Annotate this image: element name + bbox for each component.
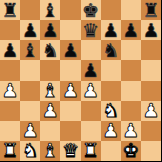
square-c8[interactable]: ♝ (40, 0, 60, 20)
square-f5[interactable] (101, 60, 121, 80)
square-h2[interactable] (141, 121, 161, 141)
square-h1[interactable] (141, 141, 161, 161)
square-d8[interactable] (60, 0, 80, 20)
square-f2[interactable]: ♟ (101, 121, 121, 141)
square-g6[interactable] (121, 40, 141, 60)
square-d3[interactable] (60, 101, 80, 121)
square-c6[interactable]: ♞ (40, 40, 60, 60)
square-c4[interactable]: ♝ (40, 81, 60, 101)
square-e8[interactable]: ♚ (81, 0, 101, 20)
black-pawn-piece: ♟ (22, 20, 39, 39)
square-c3[interactable]: ♟ (40, 101, 60, 121)
black-queen-piece: ♛ (82, 20, 99, 39)
square-f7[interactable]: ♟ (101, 20, 121, 40)
square-g5[interactable] (121, 60, 141, 80)
black-knight-piece: ♞ (42, 40, 59, 59)
black-pawn-piece: ♟ (142, 20, 159, 39)
square-g7[interactable]: ♟ (121, 20, 141, 40)
square-d4[interactable]: ♟ (60, 81, 80, 101)
square-e4[interactable]: ♟ (81, 81, 101, 101)
square-e6[interactable] (81, 40, 101, 60)
square-c2[interactable] (40, 121, 60, 141)
white-pawn-piece: ♟ (22, 121, 39, 140)
square-e5[interactable]: ♟ (81, 60, 101, 80)
square-e2[interactable] (81, 121, 101, 141)
square-d7[interactable] (60, 20, 80, 40)
white-pawn-piece: ♟ (142, 101, 159, 120)
white-rook-piece: ♜ (2, 141, 19, 160)
square-e1[interactable]: ♜ (81, 141, 101, 161)
square-b4[interactable] (20, 81, 40, 101)
black-bishop-piece: ♝ (42, 0, 59, 19)
square-d6[interactable]: ♟ (60, 40, 80, 60)
square-f6[interactable]: ♞ (101, 40, 121, 60)
white-king-piece: ♚ (122, 141, 139, 160)
square-a7[interactable] (0, 20, 20, 40)
square-h4[interactable] (141, 81, 161, 101)
square-b7[interactable]: ♟ (20, 20, 40, 40)
square-a5[interactable] (0, 60, 20, 80)
square-c5[interactable] (40, 60, 60, 80)
square-a6[interactable]: ♟ (0, 40, 20, 60)
square-f8[interactable] (101, 0, 121, 20)
black-knight-piece: ♞ (102, 40, 119, 59)
white-pawn-piece: ♟ (2, 81, 19, 100)
square-g3[interactable] (121, 101, 141, 121)
white-knight-piece: ♞ (102, 101, 119, 120)
square-b5[interactable] (20, 60, 40, 80)
square-e7[interactable]: ♛ (81, 20, 101, 40)
square-a2[interactable] (0, 121, 20, 141)
black-pawn-piece: ♟ (62, 40, 79, 59)
square-b2[interactable]: ♟ (20, 121, 40, 141)
square-c7[interactable]: ♟ (40, 20, 60, 40)
black-rook-piece: ♜ (142, 0, 159, 19)
black-bishop-piece: ♝ (22, 40, 39, 59)
square-b1[interactable]: ♞ (20, 141, 40, 161)
white-pawn-piece: ♟ (122, 121, 139, 140)
white-rook-piece: ♜ (82, 141, 99, 160)
white-pawn-piece: ♟ (42, 101, 59, 120)
square-a8[interactable]: ♜ (0, 0, 20, 20)
square-b3[interactable] (20, 101, 40, 121)
black-pawn-piece: ♟ (82, 60, 99, 79)
square-h6[interactable] (141, 40, 161, 60)
white-pawn-piece: ♟ (82, 81, 99, 100)
square-g1[interactable]: ♚ (121, 141, 141, 161)
white-bishop-piece: ♝ (42, 81, 59, 100)
black-pawn-piece: ♟ (42, 20, 59, 39)
square-h7[interactable]: ♟ (141, 20, 161, 40)
square-c1[interactable]: ♝ (40, 141, 60, 161)
square-f1[interactable] (101, 141, 121, 161)
square-f3[interactable]: ♞ (101, 101, 121, 121)
square-a3[interactable] (0, 101, 20, 121)
square-g4[interactable] (121, 81, 141, 101)
black-king-piece: ♚ (82, 0, 99, 19)
square-e3[interactable] (81, 101, 101, 121)
square-a4[interactable]: ♟ (0, 81, 20, 101)
square-d1[interactable]: ♛ (60, 141, 80, 161)
black-rook-piece: ♜ (2, 0, 19, 19)
chess-board: ♜♝♚♜♟♟♛♟♟♟♟♝♞♟♞♟♟♝♟♟♟♞♟♟♟♟♜♞♝♛♜♚ (0, 0, 162, 162)
square-b6[interactable]: ♝ (20, 40, 40, 60)
square-d5[interactable] (60, 60, 80, 80)
square-h8[interactable]: ♜ (141, 0, 161, 20)
square-h3[interactable]: ♟ (141, 101, 161, 121)
square-f4[interactable] (101, 81, 121, 101)
white-pawn-piece: ♟ (102, 121, 119, 140)
black-pawn-piece: ♟ (2, 40, 19, 59)
white-pawn-piece: ♟ (62, 81, 79, 100)
square-b8[interactable] (20, 0, 40, 20)
white-knight-piece: ♞ (22, 141, 39, 160)
black-pawn-piece: ♟ (102, 20, 119, 39)
square-g8[interactable] (121, 0, 141, 20)
white-bishop-piece: ♝ (42, 141, 59, 160)
black-pawn-piece: ♟ (122, 20, 139, 39)
square-h5[interactable] (141, 60, 161, 80)
white-queen-piece: ♛ (62, 141, 79, 160)
square-g2[interactable]: ♟ (121, 121, 141, 141)
square-a1[interactable]: ♜ (0, 141, 20, 161)
square-d2[interactable] (60, 121, 80, 141)
